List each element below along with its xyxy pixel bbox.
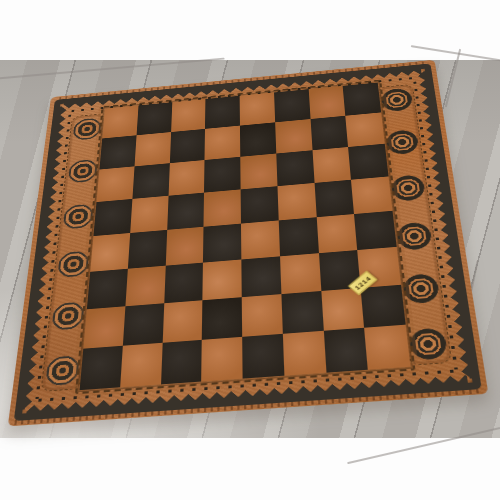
square — [102, 106, 138, 139]
square — [205, 126, 241, 160]
square — [280, 253, 321, 294]
square — [348, 144, 388, 180]
square — [361, 285, 406, 328]
square — [312, 147, 351, 183]
floor-plank-seam — [347, 422, 500, 464]
photo-scene: 1214 — [0, 0, 500, 500]
square — [278, 217, 318, 256]
square — [169, 129, 205, 163]
checkerboard-grid — [80, 83, 411, 391]
square — [164, 263, 203, 304]
square — [364, 325, 410, 370]
square — [351, 176, 392, 214]
square — [314, 180, 354, 218]
ring-motif — [380, 88, 413, 113]
square — [97, 166, 135, 202]
square — [323, 328, 368, 373]
square — [241, 256, 281, 297]
square — [99, 135, 136, 169]
ring-motif — [391, 174, 426, 202]
floor-plank-seam — [0, 58, 225, 81]
square — [136, 102, 172, 135]
square — [283, 331, 326, 376]
square — [277, 183, 316, 220]
square — [310, 116, 348, 151]
square — [276, 150, 314, 186]
square — [160, 340, 202, 385]
square — [274, 89, 310, 122]
square — [167, 193, 205, 230]
square — [240, 93, 275, 126]
square — [90, 233, 130, 272]
square — [203, 224, 241, 263]
square — [242, 334, 284, 379]
square — [162, 300, 202, 343]
square — [316, 214, 357, 253]
ring-motif — [402, 273, 440, 304]
square — [240, 122, 276, 156]
square — [83, 306, 125, 348]
square — [120, 343, 162, 387]
square — [205, 96, 240, 129]
square — [80, 346, 123, 390]
square — [202, 297, 242, 340]
square — [241, 220, 280, 259]
square — [281, 291, 323, 334]
square — [168, 160, 205, 196]
square — [128, 230, 167, 269]
square — [165, 227, 203, 266]
square — [87, 269, 128, 310]
square — [204, 157, 240, 193]
square — [203, 259, 242, 300]
leather-chessboard: 1214 — [8, 60, 489, 427]
ring-motif — [408, 327, 448, 360]
square — [241, 186, 279, 223]
square — [130, 196, 168, 233]
square — [125, 266, 165, 307]
square — [93, 199, 132, 236]
square — [204, 189, 241, 226]
floor-plank-joint — [445, 49, 461, 108]
square — [343, 83, 381, 116]
playing-area-frame — [75, 80, 416, 395]
square — [346, 112, 385, 147]
square — [242, 294, 283, 337]
ring-motif — [385, 129, 419, 155]
board-leather-surface: 1214 — [8, 60, 489, 427]
square — [132, 163, 169, 199]
square — [275, 119, 312, 153]
square — [354, 211, 396, 250]
square — [201, 337, 242, 382]
ring-motif — [396, 222, 433, 251]
square — [240, 154, 277, 190]
square — [308, 86, 345, 119]
square — [123, 303, 164, 345]
square — [134, 132, 170, 166]
square — [171, 99, 206, 132]
